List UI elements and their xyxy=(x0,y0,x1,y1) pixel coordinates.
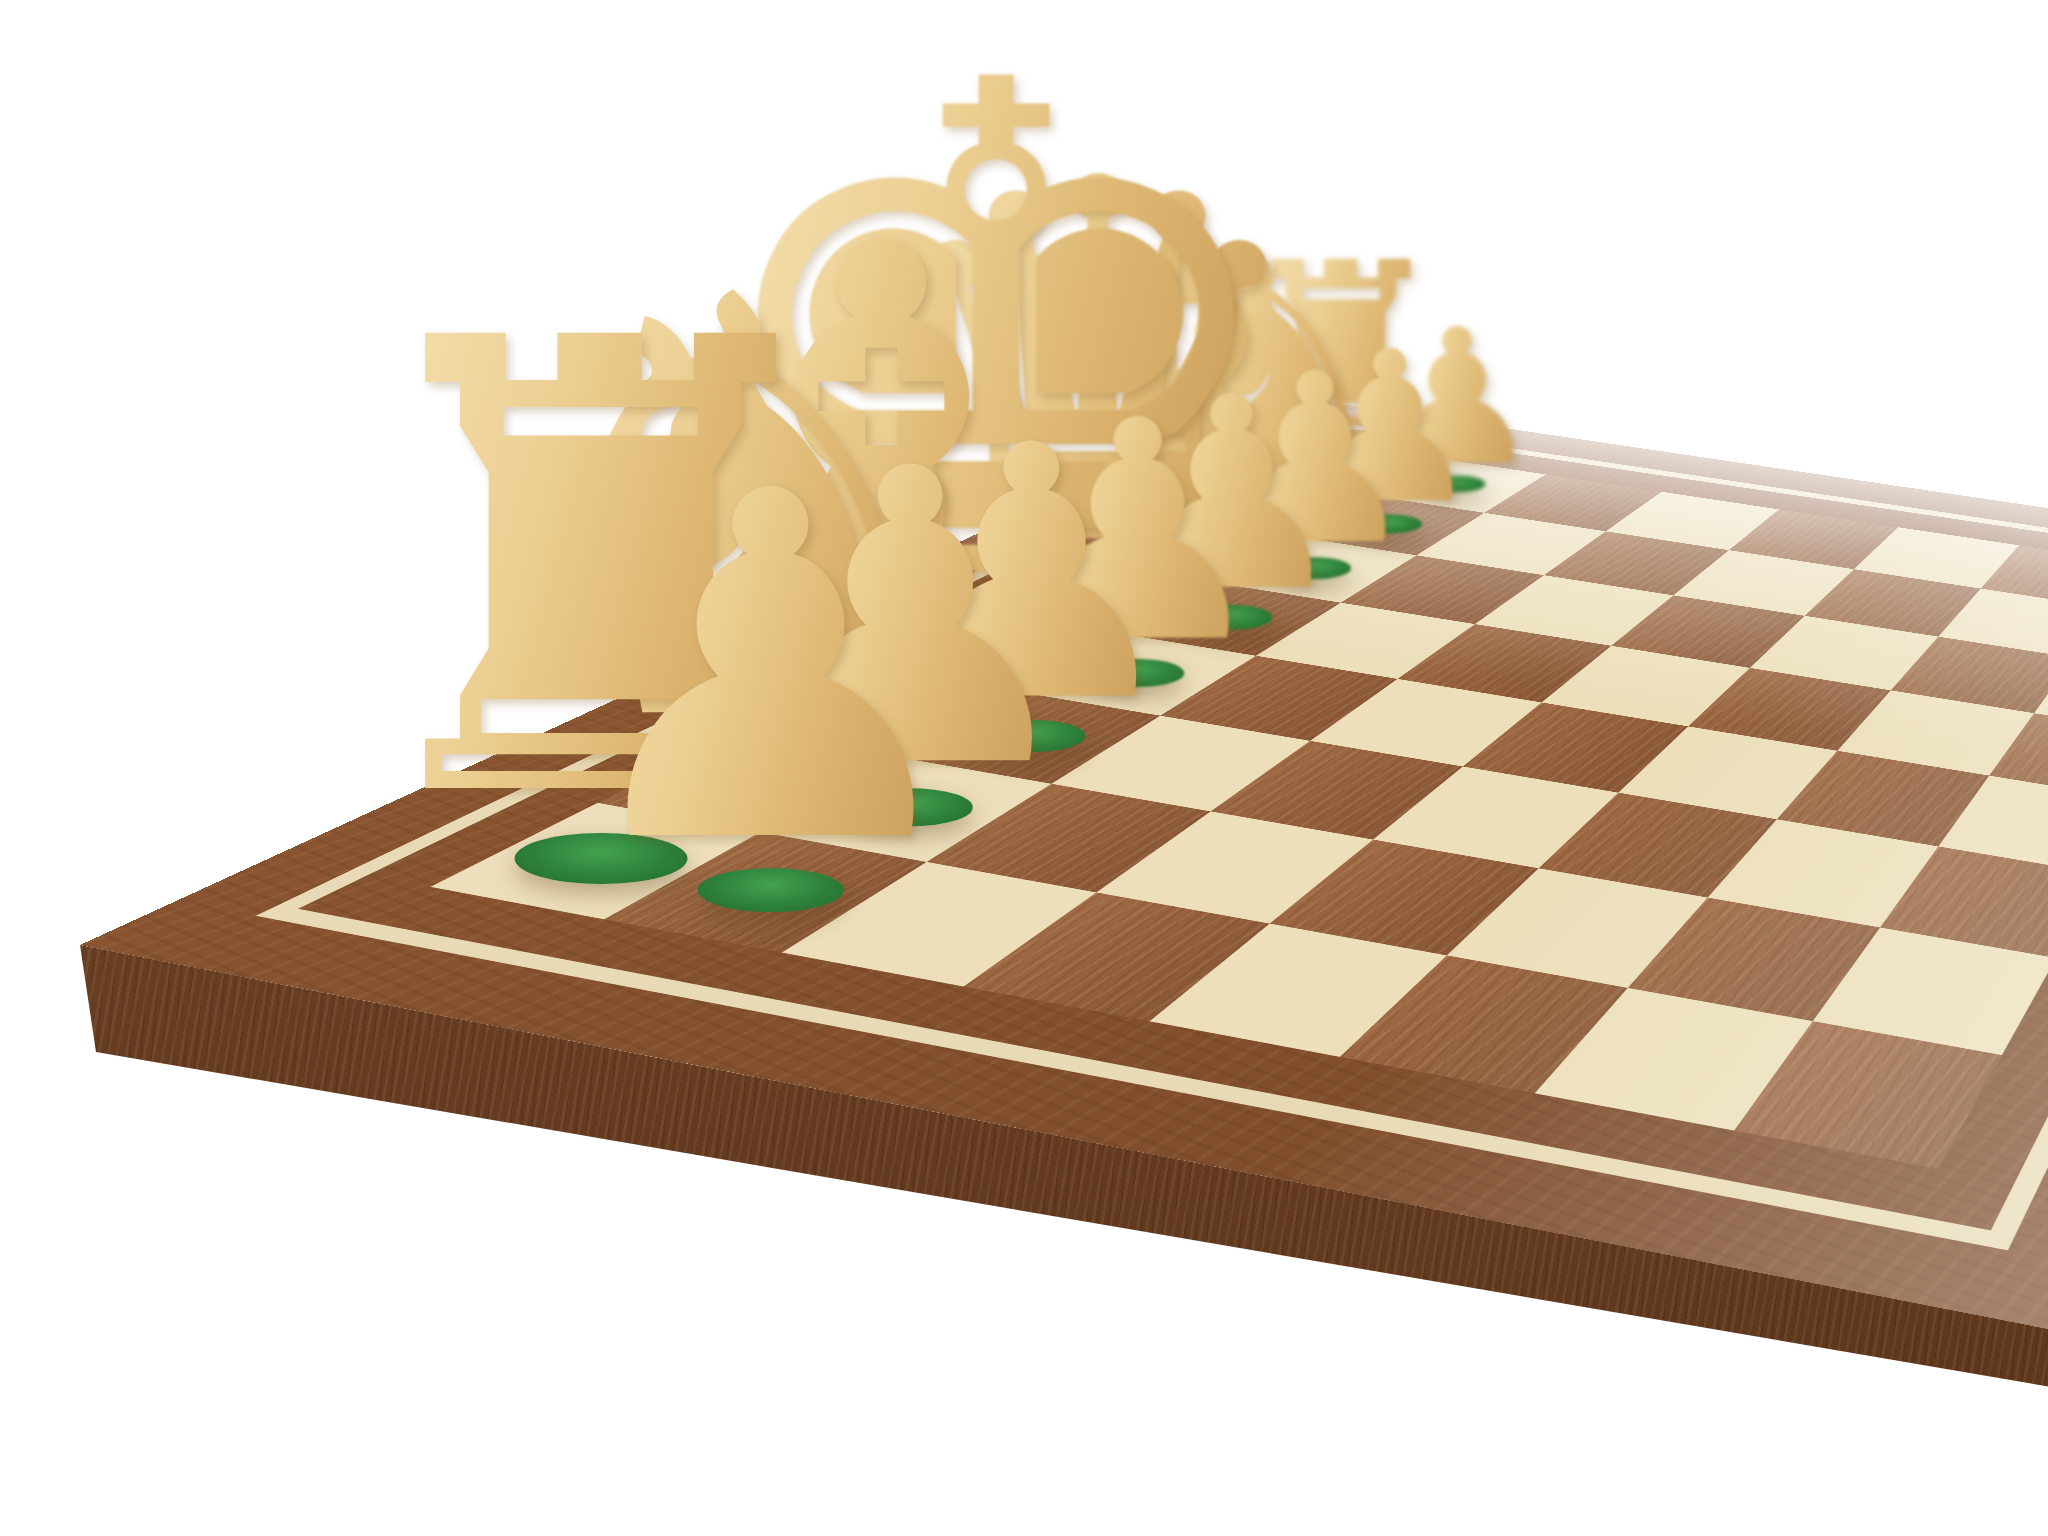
chess-photo-scene: { "game": "chess", "scene": "wooden maho… xyxy=(0,0,2048,1536)
pawn-glyph: ♟ xyxy=(557,431,985,908)
